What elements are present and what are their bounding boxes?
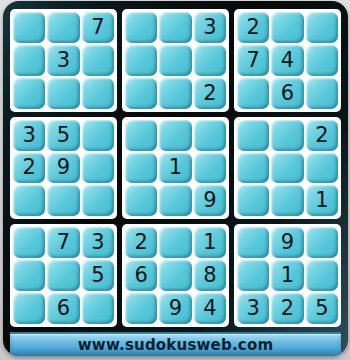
cell-r1c1[interactable] xyxy=(13,12,45,43)
cell-r3c3[interactable] xyxy=(82,78,114,109)
cell-r8c4[interactable]: 6 xyxy=(125,260,157,291)
cell-r5c9[interactable] xyxy=(306,153,338,184)
cell-r8c3[interactable]: 5 xyxy=(82,260,114,291)
cell-r8c7[interactable] xyxy=(237,260,269,291)
cell-r4c1[interactable]: 3 xyxy=(13,120,45,151)
cell-r8c1[interactable] xyxy=(13,260,45,291)
cell-r7c8[interactable]: 9 xyxy=(271,227,303,258)
cell-r4c8[interactable] xyxy=(271,120,303,151)
cell-r7c2[interactable]: 7 xyxy=(47,227,79,258)
cell-r7c1[interactable] xyxy=(13,227,45,258)
box-7: 7356 xyxy=(10,224,117,327)
cell-r3c6[interactable]: 2 xyxy=(194,78,226,109)
cell-r3c2[interactable] xyxy=(47,78,79,109)
cell-r9c1[interactable] xyxy=(13,293,45,324)
cell-r3c9[interactable] xyxy=(306,78,338,109)
cell-r2c7[interactable]: 7 xyxy=(237,45,269,76)
cell-r3c5[interactable] xyxy=(159,78,191,109)
board-frame: 7332274635291921735621689491325 www.sudo… xyxy=(3,1,348,356)
cell-r5c6[interactable] xyxy=(194,153,226,184)
cell-r9c4[interactable] xyxy=(125,293,157,324)
cell-r1c8[interactable] xyxy=(271,12,303,43)
cell-r2c5[interactable] xyxy=(159,45,191,76)
cell-r9c9[interactable]: 5 xyxy=(306,293,338,324)
website-link[interactable]: www.sudokusweb.com xyxy=(78,336,273,354)
cell-r8c8[interactable]: 1 xyxy=(271,260,303,291)
cell-r3c1[interactable] xyxy=(13,78,45,109)
cell-r9c3[interactable] xyxy=(82,293,114,324)
cell-r2c2[interactable]: 3 xyxy=(47,45,79,76)
cell-r4c5[interactable] xyxy=(159,120,191,151)
cell-r1c3[interactable]: 7 xyxy=(82,12,114,43)
box-8: 216894 xyxy=(122,224,229,327)
cell-r8c2[interactable] xyxy=(47,260,79,291)
cell-r6c4[interactable] xyxy=(125,185,157,216)
cell-r5c3[interactable] xyxy=(82,153,114,184)
cell-r8c6[interactable]: 8 xyxy=(194,260,226,291)
cell-r1c5[interactable] xyxy=(159,12,191,43)
cell-r5c1[interactable]: 2 xyxy=(13,153,45,184)
box-9: 91325 xyxy=(234,224,341,327)
cell-r1c9[interactable] xyxy=(306,12,338,43)
cell-r9c7[interactable]: 3 xyxy=(237,293,269,324)
cell-r6c7[interactable] xyxy=(237,185,269,216)
box-5: 19 xyxy=(122,117,229,220)
cell-r1c7[interactable]: 2 xyxy=(237,12,269,43)
cell-r4c9[interactable]: 2 xyxy=(306,120,338,151)
cell-r6c8[interactable] xyxy=(271,185,303,216)
sudoku-widget: 7332274635291921735621689491325 www.sudo… xyxy=(0,0,350,360)
cell-r7c3[interactable]: 3 xyxy=(82,227,114,258)
cell-r4c4[interactable] xyxy=(125,120,157,151)
sudoku-board: 7332274635291921735621689491325 xyxy=(10,9,341,327)
cell-r3c7[interactable] xyxy=(237,78,269,109)
cell-r5c8[interactable] xyxy=(271,153,303,184)
cell-r4c2[interactable]: 5 xyxy=(47,120,79,151)
cell-r7c5[interactable] xyxy=(159,227,191,258)
box-4: 3529 xyxy=(10,117,117,220)
cell-r9c8[interactable]: 2 xyxy=(271,293,303,324)
cell-r4c3[interactable] xyxy=(82,120,114,151)
cell-r1c2[interactable] xyxy=(47,12,79,43)
cell-r9c6[interactable]: 4 xyxy=(194,293,226,324)
cell-r6c5[interactable] xyxy=(159,185,191,216)
cell-r2c8[interactable]: 4 xyxy=(271,45,303,76)
cell-r1c4[interactable] xyxy=(125,12,157,43)
cell-r9c5[interactable]: 9 xyxy=(159,293,191,324)
footer-bar: www.sudokusweb.com xyxy=(10,332,341,356)
cell-r2c4[interactable] xyxy=(125,45,157,76)
cell-r1c6[interactable]: 3 xyxy=(194,12,226,43)
box-3: 2746 xyxy=(234,9,341,112)
cell-r9c2[interactable]: 6 xyxy=(47,293,79,324)
cell-r7c6[interactable]: 1 xyxy=(194,227,226,258)
cell-r8c9[interactable] xyxy=(306,260,338,291)
cell-r3c4[interactable] xyxy=(125,78,157,109)
box-2: 32 xyxy=(122,9,229,112)
box-6: 21 xyxy=(234,117,341,220)
cell-r6c2[interactable] xyxy=(47,185,79,216)
cell-r5c7[interactable] xyxy=(237,153,269,184)
cell-r5c2[interactable]: 9 xyxy=(47,153,79,184)
cell-r2c1[interactable] xyxy=(13,45,45,76)
cell-r7c4[interactable]: 2 xyxy=(125,227,157,258)
cell-r6c6[interactable]: 9 xyxy=(194,185,226,216)
box-1: 73 xyxy=(10,9,117,112)
cell-r6c9[interactable]: 1 xyxy=(306,185,338,216)
cell-r6c1[interactable] xyxy=(13,185,45,216)
cell-r2c3[interactable] xyxy=(82,45,114,76)
cell-r7c7[interactable] xyxy=(237,227,269,258)
cell-r2c9[interactable] xyxy=(306,45,338,76)
cell-r8c5[interactable] xyxy=(159,260,191,291)
cell-r5c5[interactable]: 1 xyxy=(159,153,191,184)
cell-r6c3[interactable] xyxy=(82,185,114,216)
cell-r5c4[interactable] xyxy=(125,153,157,184)
cell-r4c6[interactable] xyxy=(194,120,226,151)
cell-r4c7[interactable] xyxy=(237,120,269,151)
cell-r7c9[interactable] xyxy=(306,227,338,258)
cell-r3c8[interactable]: 6 xyxy=(271,78,303,109)
cell-r2c6[interactable] xyxy=(194,45,226,76)
